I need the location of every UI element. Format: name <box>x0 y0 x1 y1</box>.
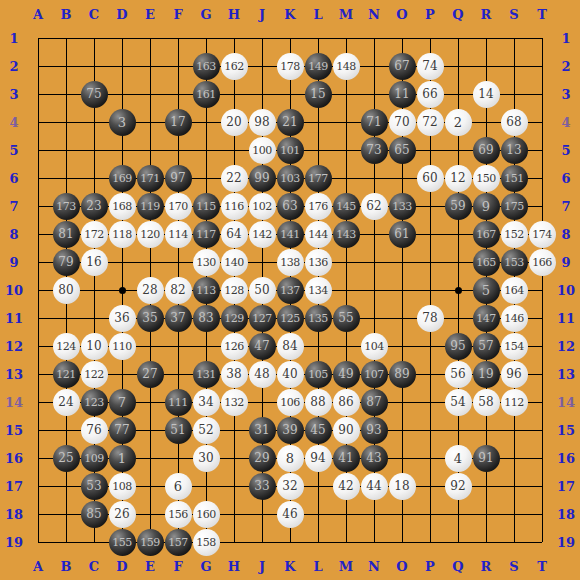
intersection-P13[interactable] <box>416 360 444 388</box>
intersection-H5[interactable] <box>220 136 248 164</box>
intersection-K15: 39 <box>276 416 304 444</box>
intersection-K18: 46 <box>276 500 304 528</box>
intersection-E17[interactable] <box>136 472 164 500</box>
intersection-M3[interactable] <box>332 80 360 108</box>
intersection-J9[interactable] <box>248 248 276 276</box>
intersection-A10[interactable] <box>24 276 52 304</box>
intersection-N3[interactable] <box>360 80 388 108</box>
intersection-O18[interactable] <box>388 500 416 528</box>
intersection-L12[interactable] <box>304 332 332 360</box>
stone-black-move-169: 169 <box>109 165 136 192</box>
stone-white-move-54: 54 <box>445 389 472 416</box>
intersection-A1[interactable] <box>24 24 52 52</box>
intersection-C14: 123 <box>80 388 108 416</box>
intersection-R2[interactable] <box>472 52 500 80</box>
intersection-J7: 102 <box>248 192 276 220</box>
intersection-L13: 105 <box>304 360 332 388</box>
column-label-S: S <box>500 552 528 580</box>
intersection-P7[interactable] <box>416 192 444 220</box>
intersection-S19[interactable] <box>500 528 528 556</box>
stone-white-move-60: 60 <box>417 165 444 192</box>
intersection-J19[interactable] <box>248 528 276 556</box>
intersection-N1[interactable] <box>360 24 388 52</box>
intersection-L1[interactable] <box>304 24 332 52</box>
intersection-F1[interactable] <box>164 24 192 52</box>
intersection-S7: 175 <box>500 192 528 220</box>
stone-black-move-67: 67 <box>389 53 416 80</box>
intersection-L15: 45 <box>304 416 332 444</box>
stone-white-move-96: 96 <box>501 361 528 388</box>
intersection-O7: 133 <box>388 192 416 220</box>
intersection-L19[interactable] <box>304 528 332 556</box>
intersection-H2: 162 <box>220 52 248 80</box>
intersection-A17[interactable] <box>24 472 52 500</box>
intersection-M9[interactable] <box>332 248 360 276</box>
intersection-D3[interactable] <box>108 80 136 108</box>
stone-white-move-108: 108 <box>109 473 136 500</box>
intersection-K19[interactable] <box>276 528 304 556</box>
intersection-M14: 86 <box>332 388 360 416</box>
intersection-T16[interactable] <box>528 444 556 472</box>
intersection-T4[interactable] <box>528 108 556 136</box>
intersection-M4[interactable] <box>332 108 360 136</box>
intersection-H17[interactable] <box>220 472 248 500</box>
intersection-T8: 174 <box>528 220 556 248</box>
intersection-G7: 115 <box>192 192 220 220</box>
intersection-E18[interactable] <box>136 500 164 528</box>
intersection-T7[interactable] <box>528 192 556 220</box>
intersection-O10[interactable] <box>388 276 416 304</box>
intersection-S4: 68 <box>500 108 528 136</box>
intersection-E12[interactable] <box>136 332 164 360</box>
intersection-P18[interactable] <box>416 500 444 528</box>
stone-black-move-121: 121 <box>53 361 80 388</box>
intersection-T13[interactable] <box>528 360 556 388</box>
intersection-J18[interactable] <box>248 500 276 528</box>
intersection-D2[interactable] <box>108 52 136 80</box>
row-label-15: 15 <box>552 416 580 444</box>
intersection-M10[interactable] <box>332 276 360 304</box>
intersection-G5[interactable] <box>192 136 220 164</box>
intersection-Q3[interactable] <box>444 80 472 108</box>
intersection-E3[interactable] <box>136 80 164 108</box>
intersection-Q15[interactable] <box>444 416 472 444</box>
stone-black-move-13: 13 <box>501 137 528 164</box>
stone-black-move-79: 79 <box>53 249 80 276</box>
intersection-F13[interactable] <box>164 360 192 388</box>
stone-black-move-143: 143 <box>333 221 360 248</box>
intersection-E1[interactable] <box>136 24 164 52</box>
intersection-O12[interactable] <box>388 332 416 360</box>
intersection-B18[interactable] <box>52 500 80 528</box>
intersection-E14[interactable] <box>136 388 164 416</box>
stone-black-move-151: 151 <box>501 165 528 192</box>
intersection-B11[interactable] <box>52 304 80 332</box>
intersection-T1[interactable] <box>528 24 556 52</box>
intersection-R1[interactable] <box>472 24 500 52</box>
intersection-C11[interactable] <box>80 304 108 332</box>
intersection-P1[interactable] <box>416 24 444 52</box>
stone-white-move-28: 28 <box>137 277 164 304</box>
intersection-F16[interactable] <box>164 444 192 472</box>
intersection-L5[interactable] <box>304 136 332 164</box>
intersection-T15[interactable] <box>528 416 556 444</box>
intersection-A19[interactable] <box>24 528 52 556</box>
stone-black-move-87: 87 <box>361 389 388 416</box>
intersection-C5[interactable] <box>80 136 108 164</box>
intersection-B15[interactable] <box>52 416 80 444</box>
intersection-A15[interactable] <box>24 416 52 444</box>
intersection-E15[interactable] <box>136 416 164 444</box>
intersection-Q1[interactable] <box>444 24 472 52</box>
intersection-R17[interactable] <box>472 472 500 500</box>
intersection-F14: 111 <box>164 388 192 416</box>
intersection-C1[interactable] <box>80 24 108 52</box>
intersection-O1[interactable] <box>388 24 416 52</box>
intersection-G12[interactable] <box>192 332 220 360</box>
intersection-F9[interactable] <box>164 248 192 276</box>
intersection-M7: 145 <box>332 192 360 220</box>
intersection-F5[interactable] <box>164 136 192 164</box>
intersection-A3[interactable] <box>24 80 52 108</box>
intersection-O11[interactable] <box>388 304 416 332</box>
intersection-O5: 65 <box>388 136 416 164</box>
intersection-S18[interactable] <box>500 500 528 528</box>
stone-white-move-140: 140 <box>221 249 248 276</box>
intersection-Q5[interactable] <box>444 136 472 164</box>
intersection-N8[interactable] <box>360 220 388 248</box>
intersection-N6[interactable] <box>360 164 388 192</box>
intersection-S15[interactable] <box>500 416 528 444</box>
intersection-A6[interactable] <box>24 164 52 192</box>
stone-white-move-98: 98 <box>249 109 276 136</box>
intersection-R19[interactable] <box>472 528 500 556</box>
intersection-B2[interactable] <box>52 52 80 80</box>
intersection-D19: 155 <box>108 528 136 556</box>
intersection-A13[interactable] <box>24 360 52 388</box>
stone-black-move-29: 29 <box>249 445 276 472</box>
intersection-R18[interactable] <box>472 500 500 528</box>
intersection-P14[interactable] <box>416 388 444 416</box>
intersection-N19[interactable] <box>360 528 388 556</box>
intersection-M18[interactable] <box>332 500 360 528</box>
intersection-N11[interactable] <box>360 304 388 332</box>
intersection-D9[interactable] <box>108 248 136 276</box>
intersection-N9[interactable] <box>360 248 388 276</box>
intersection-R15[interactable] <box>472 416 500 444</box>
intersection-Q13: 56 <box>444 360 472 388</box>
stone-white-move-138: 138 <box>277 249 304 276</box>
intersection-M19[interactable] <box>332 528 360 556</box>
intersection-Q12: 95 <box>444 332 472 360</box>
intersection-E4[interactable] <box>136 108 164 136</box>
intersection-K3[interactable] <box>276 80 304 108</box>
intersection-B3[interactable] <box>52 80 80 108</box>
intersection-Q14: 54 <box>444 388 472 416</box>
stone-white-move-52: 52 <box>193 417 220 444</box>
stone-black-move-127: 127 <box>249 305 276 332</box>
intersection-F12[interactable] <box>164 332 192 360</box>
intersection-Q10[interactable] <box>444 276 472 304</box>
intersection-C16: 109 <box>80 444 108 472</box>
stone-white-move-26: 26 <box>109 501 136 528</box>
intersection-P17[interactable] <box>416 472 444 500</box>
stone-white-move-86: 86 <box>333 389 360 416</box>
intersection-A4[interactable] <box>24 108 52 136</box>
stone-white-move-30: 30 <box>193 445 220 472</box>
intersection-T14[interactable] <box>528 388 556 416</box>
intersection-T19[interactable] <box>528 528 556 556</box>
intersection-O19[interactable] <box>388 528 416 556</box>
intersection-R4[interactable] <box>472 108 500 136</box>
stone-black-move-129: 129 <box>221 305 248 332</box>
intersection-Q8[interactable] <box>444 220 472 248</box>
intersection-S2[interactable] <box>500 52 528 80</box>
intersection-J12: 47 <box>248 332 276 360</box>
intersection-D18: 26 <box>108 500 136 528</box>
intersection-Q16: 4 <box>444 444 472 472</box>
intersection-H9: 140 <box>220 248 248 276</box>
stone-black-move-27: 27 <box>137 361 164 388</box>
column-label-P: P <box>416 552 444 580</box>
intersection-F2[interactable] <box>164 52 192 80</box>
intersection-G14: 34 <box>192 388 220 416</box>
intersection-O4: 70 <box>388 108 416 136</box>
stone-white-move-146: 146 <box>501 305 528 332</box>
column-label-O: O <box>388 552 416 580</box>
intersection-A11[interactable] <box>24 304 52 332</box>
intersection-H3[interactable] <box>220 80 248 108</box>
intersection-R10: 5 <box>472 276 500 304</box>
stone-black-move-81: 81 <box>53 221 80 248</box>
intersection-G6[interactable] <box>192 164 220 192</box>
stone-white-move-40: 40 <box>277 361 304 388</box>
intersection-G1[interactable] <box>192 24 220 52</box>
intersection-J3[interactable] <box>248 80 276 108</box>
intersection-L18[interactable] <box>304 500 332 528</box>
intersection-H8: 64 <box>220 220 248 248</box>
intersection-P16[interactable] <box>416 444 444 472</box>
intersection-Q9[interactable] <box>444 248 472 276</box>
intersection-F7: 170 <box>164 192 192 220</box>
stone-black-move-119: 119 <box>137 193 164 220</box>
intersection-P15[interactable] <box>416 416 444 444</box>
intersection-H18[interactable] <box>220 500 248 528</box>
intersection-A7[interactable] <box>24 192 52 220</box>
intersection-G4[interactable] <box>192 108 220 136</box>
stone-black-move-91: 91 <box>473 445 500 472</box>
intersection-M12[interactable] <box>332 332 360 360</box>
intersection-D5[interactable] <box>108 136 136 164</box>
intersection-K8: 141 <box>276 220 304 248</box>
intersection-N4: 71 <box>360 108 388 136</box>
intersection-G17[interactable] <box>192 472 220 500</box>
stone-black-move-131: 131 <box>193 361 220 388</box>
intersection-D13[interactable] <box>108 360 136 388</box>
intersection-E2[interactable] <box>136 52 164 80</box>
intersection-E16[interactable] <box>136 444 164 472</box>
intersection-H7: 116 <box>220 192 248 220</box>
stone-black-move-115: 115 <box>193 193 220 220</box>
intersection-G18: 160 <box>192 500 220 528</box>
stone-black-move-173: 173 <box>53 193 80 220</box>
intersection-O16[interactable] <box>388 444 416 472</box>
intersection-B14: 24 <box>52 388 80 416</box>
intersection-O13: 89 <box>388 360 416 388</box>
intersection-T17[interactable] <box>528 472 556 500</box>
intersection-T12[interactable] <box>528 332 556 360</box>
intersection-S17[interactable] <box>500 472 528 500</box>
stone-black-move-175: 175 <box>501 193 528 220</box>
column-label-H: H <box>220 552 248 580</box>
stone-black-move-141: 141 <box>277 221 304 248</box>
intersection-T6[interactable] <box>528 164 556 192</box>
intersection-B19[interactable] <box>52 528 80 556</box>
intersection-A9[interactable] <box>24 248 52 276</box>
stone-black-move-93: 93 <box>361 417 388 444</box>
intersection-Q2[interactable] <box>444 52 472 80</box>
intersection-O9[interactable] <box>388 248 416 276</box>
intersection-L4[interactable] <box>304 108 332 136</box>
intersection-C10[interactable] <box>80 276 108 304</box>
intersection-S16[interactable] <box>500 444 528 472</box>
intersection-F6: 97 <box>164 164 192 192</box>
intersection-J14[interactable] <box>248 388 276 416</box>
intersection-Q19[interactable] <box>444 528 472 556</box>
intersection-A2[interactable] <box>24 52 52 80</box>
intersection-S1[interactable] <box>500 24 528 52</box>
intersection-A5[interactable] <box>24 136 52 164</box>
intersection-B8: 81 <box>52 220 80 248</box>
intersection-T11[interactable] <box>528 304 556 332</box>
stone-black-move-161: 161 <box>193 81 220 108</box>
stone-black-move-171: 171 <box>137 165 164 192</box>
intersection-J1[interactable] <box>248 24 276 52</box>
intersection-P8[interactable] <box>416 220 444 248</box>
intersection-H19[interactable] <box>220 528 248 556</box>
intersection-B5[interactable] <box>52 136 80 164</box>
intersection-O15[interactable] <box>388 416 416 444</box>
intersection-Q11[interactable] <box>444 304 472 332</box>
intersection-M16: 41 <box>332 444 360 472</box>
intersection-A8[interactable] <box>24 220 52 248</box>
row-label-1: 1 <box>552 24 580 52</box>
go-board-grid: 1631621781491486774751611511661431720982… <box>24 24 556 556</box>
intersection-N18[interactable] <box>360 500 388 528</box>
intersection-K17: 32 <box>276 472 304 500</box>
intersection-N10[interactable] <box>360 276 388 304</box>
intersection-R5: 69 <box>472 136 500 164</box>
intersection-T2[interactable] <box>528 52 556 80</box>
stone-white-move-118: 118 <box>109 221 136 248</box>
intersection-L17[interactable] <box>304 472 332 500</box>
intersection-C4[interactable] <box>80 108 108 136</box>
intersection-B6[interactable] <box>52 164 80 192</box>
intersection-P5[interactable] <box>416 136 444 164</box>
stone-black-move-153: 153 <box>501 249 528 276</box>
intersection-O6[interactable] <box>388 164 416 192</box>
intersection-T3[interactable] <box>528 80 556 108</box>
intersection-F17: 6 <box>164 472 192 500</box>
intersection-K2: 178 <box>276 52 304 80</box>
stone-white-move-114: 114 <box>165 221 192 248</box>
stone-white-move-102: 102 <box>249 193 276 220</box>
stone-black-move-157: 157 <box>165 529 192 556</box>
stone-white-move-112: 112 <box>501 389 528 416</box>
intersection-A16[interactable] <box>24 444 52 472</box>
intersection-A18[interactable] <box>24 500 52 528</box>
intersection-P19[interactable] <box>416 528 444 556</box>
intersection-P12[interactable] <box>416 332 444 360</box>
intersection-D1[interactable] <box>108 24 136 52</box>
intersection-M6[interactable] <box>332 164 360 192</box>
intersection-H1[interactable] <box>220 24 248 52</box>
intersection-C19[interactable] <box>80 528 108 556</box>
intersection-H16[interactable] <box>220 444 248 472</box>
intersection-E9[interactable] <box>136 248 164 276</box>
intersection-M8: 143 <box>332 220 360 248</box>
stone-white-move-166: 166 <box>529 249 556 276</box>
intersection-O14[interactable] <box>388 388 416 416</box>
intersection-O2: 67 <box>388 52 416 80</box>
intersection-P10[interactable] <box>416 276 444 304</box>
intersection-A14[interactable] <box>24 388 52 416</box>
intersection-Q18[interactable] <box>444 500 472 528</box>
intersection-M17: 42 <box>332 472 360 500</box>
intersection-F3[interactable] <box>164 80 192 108</box>
intersection-C3: 75 <box>80 80 108 108</box>
row-label-11: 11 <box>552 304 580 332</box>
intersection-S3[interactable] <box>500 80 528 108</box>
intersection-K1[interactable] <box>276 24 304 52</box>
intersection-A12[interactable] <box>24 332 52 360</box>
intersection-D10[interactable] <box>108 276 136 304</box>
stone-black-move-85: 85 <box>81 501 108 528</box>
intersection-E5[interactable] <box>136 136 164 164</box>
intersection-M5[interactable] <box>332 136 360 164</box>
stone-black-move-97: 97 <box>165 165 192 192</box>
intersection-B1[interactable] <box>52 24 80 52</box>
intersection-T18[interactable] <box>528 500 556 528</box>
stone-white-move-34: 34 <box>193 389 220 416</box>
intersection-C6[interactable] <box>80 164 108 192</box>
intersection-N2[interactable] <box>360 52 388 80</box>
stone-black-move-25: 25 <box>53 445 80 472</box>
intersection-P9[interactable] <box>416 248 444 276</box>
intersection-C15: 76 <box>80 416 108 444</box>
stone-black-move-23: 23 <box>81 193 108 220</box>
stone-white-move-62: 62 <box>361 193 388 220</box>
intersection-S11: 146 <box>500 304 528 332</box>
stone-black-move-135: 135 <box>305 305 332 332</box>
intersection-B4[interactable] <box>52 108 80 136</box>
intersection-M1[interactable] <box>332 24 360 52</box>
intersection-H15[interactable] <box>220 416 248 444</box>
intersection-F4: 17 <box>164 108 192 136</box>
stone-black-move-133: 133 <box>389 193 416 220</box>
intersection-H13: 38 <box>220 360 248 388</box>
intersection-S13: 96 <box>500 360 528 388</box>
column-label-Q: Q <box>444 552 472 580</box>
intersection-C2[interactable] <box>80 52 108 80</box>
stone-black-move-63: 63 <box>277 193 304 220</box>
stone-black-move-3: 3 <box>109 109 136 136</box>
intersection-T10[interactable] <box>528 276 556 304</box>
stone-black-move-1: 1 <box>109 445 136 472</box>
intersection-B17[interactable] <box>52 472 80 500</box>
intersection-J2[interactable] <box>248 52 276 80</box>
intersection-T5[interactable] <box>528 136 556 164</box>
